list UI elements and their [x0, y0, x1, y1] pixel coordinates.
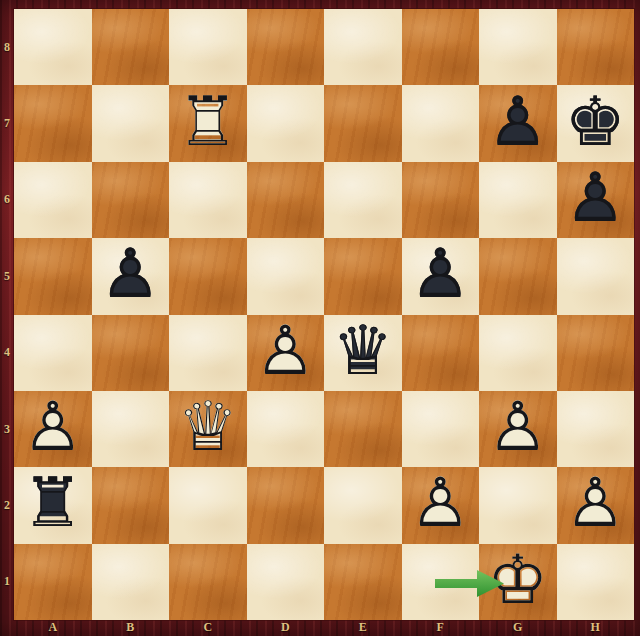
square-d3[interactable]: [247, 391, 325, 467]
file-label-e: E: [324, 620, 402, 636]
rank-labels: 87654321: [0, 9, 14, 620]
square-b5[interactable]: ♟♙: [92, 238, 170, 314]
square-d7[interactable]: [247, 85, 325, 161]
square-g8[interactable]: [479, 9, 557, 85]
square-h6[interactable]: ♟♙: [557, 162, 635, 238]
square-c1[interactable]: [169, 544, 247, 620]
square-d6[interactable]: [247, 162, 325, 238]
square-c6[interactable]: [169, 162, 247, 238]
pawn-outline: ♙: [479, 391, 557, 465]
pawn-outline: ♙: [479, 85, 557, 159]
board: ♜♖♟♙♚♔♟♙♟♙♟♙♟♙♛♕♟♙♛♕♟♙♜♖♟♙♟♙♚♔: [14, 9, 634, 620]
square-b1[interactable]: [92, 544, 170, 620]
square-g6[interactable]: [479, 162, 557, 238]
file-label-h: H: [557, 620, 635, 636]
black-pawn-piece: ♟: [92, 238, 170, 312]
square-g5[interactable]: [479, 238, 557, 314]
square-d4[interactable]: ♟♙: [247, 315, 325, 391]
square-c3[interactable]: ♛♕: [169, 391, 247, 467]
square-a7[interactable]: [14, 85, 92, 161]
square-a6[interactable]: [14, 162, 92, 238]
square-c7[interactable]: ♜♖: [169, 85, 247, 161]
black-pawn-piece: ♟: [402, 238, 480, 312]
square-b3[interactable]: [92, 391, 170, 467]
square-a1[interactable]: [14, 544, 92, 620]
square-e7[interactable]: [324, 85, 402, 161]
square-h3[interactable]: [557, 391, 635, 467]
square-g4[interactable]: [479, 315, 557, 391]
file-label-a: A: [14, 620, 92, 636]
square-b2[interactable]: [92, 467, 170, 543]
queen-outline: ♕: [169, 391, 247, 465]
file-label-b: B: [92, 620, 170, 636]
square-e1[interactable]: [324, 544, 402, 620]
square-a2[interactable]: ♜♖: [14, 467, 92, 543]
chessboard-frame: ♜♖♟♙♚♔♟♙♟♙♟♙♟♙♛♕♟♙♛♕♟♙♜♖♟♙♟♙♚♔ 87654321 …: [0, 0, 640, 636]
square-b4[interactable]: [92, 315, 170, 391]
pawn-outline: ♙: [14, 391, 92, 465]
square-d8[interactable]: [247, 9, 325, 85]
square-a5[interactable]: [14, 238, 92, 314]
square-f7[interactable]: [402, 85, 480, 161]
rank-label-3: 3: [0, 391, 14, 467]
pawn-outline: ♙: [557, 162, 635, 236]
square-f4[interactable]: [402, 315, 480, 391]
rank-label-7: 7: [0, 85, 14, 161]
square-g1[interactable]: ♚♔: [479, 544, 557, 620]
black-pawn-piece: ♟: [557, 162, 635, 236]
square-e4[interactable]: ♛♕: [324, 315, 402, 391]
square-h1[interactable]: [557, 544, 635, 620]
square-c8[interactable]: [169, 9, 247, 85]
square-c4[interactable]: [169, 315, 247, 391]
black-pawn-piece: ♟: [479, 85, 557, 159]
square-b7[interactable]: [92, 85, 170, 161]
square-e6[interactable]: [324, 162, 402, 238]
file-labels: ABCDEFGH: [14, 620, 634, 636]
king-outline: ♔: [479, 544, 557, 618]
file-label-d: D: [247, 620, 325, 636]
file-label-g: G: [479, 620, 557, 636]
rook-outline: ♖: [169, 85, 247, 159]
square-e2[interactable]: [324, 467, 402, 543]
square-e8[interactable]: [324, 9, 402, 85]
rank-label-6: 6: [0, 162, 14, 238]
square-f2[interactable]: ♟♙: [402, 467, 480, 543]
white-king-piece: ♚: [479, 544, 557, 618]
square-f8[interactable]: [402, 9, 480, 85]
square-d5[interactable]: [247, 238, 325, 314]
black-rook-piece: ♜: [14, 467, 92, 541]
rank-label-8: 8: [0, 9, 14, 85]
square-f5[interactable]: ♟♙: [402, 238, 480, 314]
square-b8[interactable]: [92, 9, 170, 85]
pawn-outline: ♙: [557, 467, 635, 541]
white-pawn-piece: ♟: [479, 391, 557, 465]
square-a8[interactable]: [14, 9, 92, 85]
square-b6[interactable]: [92, 162, 170, 238]
square-f1[interactable]: [402, 544, 480, 620]
white-pawn-piece: ♟: [14, 391, 92, 465]
square-h4[interactable]: [557, 315, 635, 391]
file-label-c: C: [169, 620, 247, 636]
white-pawn-piece: ♟: [557, 467, 635, 541]
square-g2[interactable]: [479, 467, 557, 543]
square-c5[interactable]: [169, 238, 247, 314]
square-d2[interactable]: [247, 467, 325, 543]
pawn-outline: ♙: [92, 238, 170, 312]
white-pawn-piece: ♟: [247, 315, 325, 389]
square-h8[interactable]: [557, 9, 635, 85]
pawn-outline: ♙: [247, 315, 325, 389]
pawn-outline: ♙: [402, 238, 480, 312]
square-a3[interactable]: ♟♙: [14, 391, 92, 467]
square-g3[interactable]: ♟♙: [479, 391, 557, 467]
rank-label-1: 1: [0, 544, 14, 620]
queen-outline: ♕: [324, 315, 402, 389]
square-f6[interactable]: [402, 162, 480, 238]
white-rook-piece: ♜: [169, 85, 247, 159]
square-f3[interactable]: [402, 391, 480, 467]
square-e3[interactable]: [324, 391, 402, 467]
rook-outline: ♖: [14, 467, 92, 541]
square-a4[interactable]: [14, 315, 92, 391]
black-king-piece: ♚: [557, 85, 635, 159]
white-queen-piece: ♛: [169, 391, 247, 465]
file-label-f: F: [402, 620, 480, 636]
square-g7[interactable]: ♟♙: [479, 85, 557, 161]
rank-label-4: 4: [0, 315, 14, 391]
king-outline: ♔: [557, 85, 635, 159]
rank-label-5: 5: [0, 238, 14, 314]
square-c2[interactable]: [169, 467, 247, 543]
square-d1[interactable]: [247, 544, 325, 620]
black-queen-piece: ♛: [324, 315, 402, 389]
square-h2[interactable]: ♟♙: [557, 467, 635, 543]
square-h7[interactable]: ♚♔: [557, 85, 635, 161]
white-pawn-piece: ♟: [402, 467, 480, 541]
rank-label-2: 2: [0, 467, 14, 543]
pawn-outline: ♙: [402, 467, 480, 541]
square-e5[interactable]: [324, 238, 402, 314]
square-h5[interactable]: [557, 238, 635, 314]
